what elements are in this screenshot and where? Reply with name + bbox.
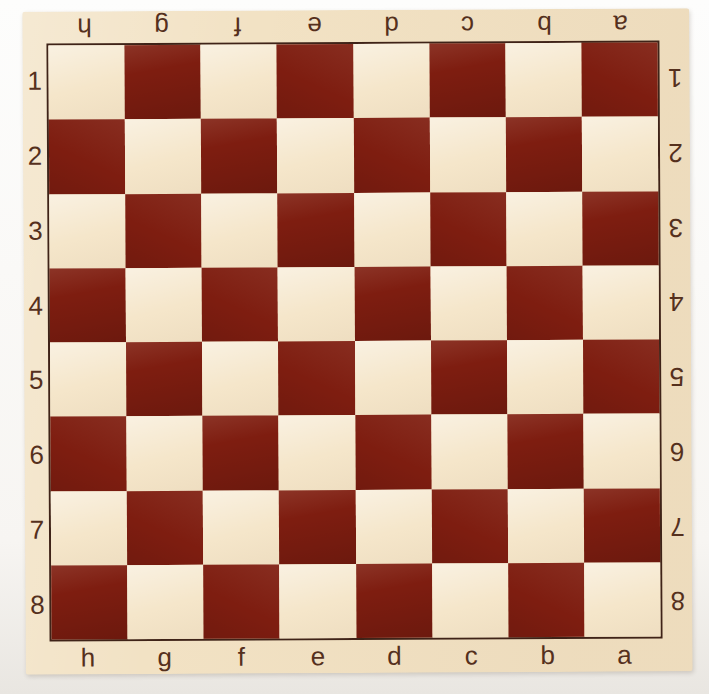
- file-labels-bottom: hgfedcba: [50, 639, 663, 672]
- square-b7[interactable]: [508, 488, 585, 563]
- square-e8[interactable]: [280, 564, 357, 639]
- file-label-top-b: b: [506, 10, 583, 40]
- square-f6[interactable]: [203, 416, 280, 491]
- square-e4[interactable]: [278, 267, 355, 342]
- square-h3[interactable]: [49, 194, 126, 269]
- rank-label-right-3: 3: [661, 190, 690, 265]
- rank-label-left-1: 1: [22, 44, 46, 119]
- square-e2[interactable]: [277, 118, 354, 193]
- square-g8[interactable]: [127, 565, 204, 640]
- rank-label-left-2: 2: [23, 118, 47, 193]
- square-g1[interactable]: [125, 45, 202, 120]
- square-c7[interactable]: [431, 489, 508, 564]
- rank-label-left-3: 3: [23, 193, 47, 268]
- square-c1[interactable]: [429, 43, 506, 118]
- square-g4[interactable]: [126, 268, 203, 343]
- file-label-bottom-a: a: [586, 639, 663, 669]
- board-grid: [46, 40, 662, 641]
- square-b5[interactable]: [507, 340, 584, 415]
- square-f1[interactable]: [201, 44, 278, 119]
- file-label-bottom-b: b: [509, 640, 586, 670]
- square-c4[interactable]: [430, 266, 507, 341]
- file-label-top-f: f: [200, 11, 277, 41]
- file-label-top-a: a: [583, 9, 660, 39]
- rank-label-right-8: 8: [663, 564, 692, 639]
- square-h6[interactable]: [50, 416, 127, 491]
- square-b8[interactable]: [508, 563, 585, 638]
- square-a8[interactable]: [584, 562, 661, 637]
- file-label-top-h: h: [46, 12, 123, 42]
- square-d4[interactable]: [354, 266, 431, 341]
- square-e7[interactable]: [279, 490, 356, 565]
- square-a6[interactable]: [583, 414, 660, 489]
- rank-labels-left: 12345678: [22, 44, 49, 642]
- file-label-bottom-g: g: [126, 642, 203, 672]
- rank-label-right-2: 2: [661, 115, 690, 190]
- square-e6[interactable]: [279, 415, 356, 490]
- file-label-bottom-c: c: [433, 640, 510, 670]
- square-c8[interactable]: [432, 563, 509, 638]
- square-b1[interactable]: [505, 43, 582, 118]
- square-f4[interactable]: [202, 267, 279, 342]
- square-g7[interactable]: [127, 490, 204, 565]
- square-h5[interactable]: [50, 342, 127, 417]
- square-g2[interactable]: [125, 119, 202, 194]
- square-d6[interactable]: [355, 415, 432, 490]
- square-h4[interactable]: [50, 268, 127, 343]
- square-g6[interactable]: [127, 416, 204, 491]
- square-h1[interactable]: [48, 45, 125, 120]
- rank-label-right-4: 4: [662, 265, 691, 340]
- square-b6[interactable]: [507, 414, 584, 489]
- square-d8[interactable]: [356, 563, 433, 638]
- rank-label-right-5: 5: [662, 339, 691, 414]
- square-a1[interactable]: [581, 42, 658, 117]
- square-a7[interactable]: [584, 488, 661, 563]
- square-f5[interactable]: [202, 341, 279, 416]
- square-f8[interactable]: [203, 564, 280, 639]
- file-label-top-e: e: [276, 11, 353, 41]
- rank-label-left-4: 4: [24, 268, 48, 343]
- rank-label-left-7: 7: [25, 492, 49, 567]
- rank-label-left-5: 5: [24, 343, 48, 418]
- file-label-bottom-f: f: [203, 641, 280, 671]
- square-b4[interactable]: [506, 266, 583, 341]
- rank-label-right-6: 6: [662, 414, 691, 489]
- square-a5[interactable]: [583, 339, 660, 414]
- square-c2[interactable]: [429, 117, 506, 192]
- rank-label-left-8: 8: [25, 567, 49, 642]
- square-d5[interactable]: [354, 341, 431, 416]
- square-d2[interactable]: [353, 118, 430, 193]
- square-f2[interactable]: [201, 119, 278, 194]
- rank-labels-right: 12345678: [660, 40, 692, 638]
- file-label-top-g: g: [123, 12, 200, 42]
- square-c5[interactable]: [431, 340, 508, 415]
- square-f7[interactable]: [203, 490, 280, 565]
- square-h7[interactable]: [51, 491, 128, 566]
- file-label-bottom-e: e: [279, 641, 356, 671]
- square-b3[interactable]: [506, 191, 583, 266]
- file-label-top-d: d: [353, 11, 430, 41]
- square-g5[interactable]: [126, 342, 203, 417]
- square-a2[interactable]: [582, 117, 659, 192]
- file-label-bottom-d: d: [356, 641, 433, 671]
- chess-board: hgfedcba 12345678 12345678 hgfedcba: [22, 8, 692, 674]
- square-h2[interactable]: [49, 119, 126, 194]
- square-a3[interactable]: [582, 191, 659, 266]
- file-labels-top: hgfedcba: [46, 9, 659, 42]
- square-d7[interactable]: [355, 489, 432, 564]
- file-label-bottom-h: h: [50, 642, 127, 672]
- square-c3[interactable]: [430, 192, 507, 267]
- square-e3[interactable]: [278, 193, 355, 268]
- rank-label-left-6: 6: [24, 417, 48, 492]
- file-label-top-c: c: [429, 10, 506, 40]
- square-f3[interactable]: [201, 193, 278, 268]
- square-c6[interactable]: [431, 414, 508, 489]
- rank-label-right-7: 7: [663, 489, 692, 564]
- square-g3[interactable]: [125, 193, 202, 268]
- square-b2[interactable]: [506, 117, 583, 192]
- rank-label-right-1: 1: [660, 40, 689, 115]
- square-e5[interactable]: [278, 341, 355, 416]
- square-e1[interactable]: [277, 44, 354, 119]
- square-h8[interactable]: [51, 565, 128, 640]
- square-d1[interactable]: [353, 44, 430, 119]
- photo-background: hgfedcba 12345678 12345678 hgfedcba: [0, 0, 709, 694]
- square-a4[interactable]: [582, 265, 659, 340]
- square-d3[interactable]: [354, 192, 431, 267]
